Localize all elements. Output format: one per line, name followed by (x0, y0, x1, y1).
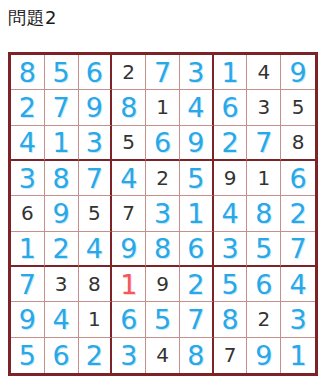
cell-r9c9[interactable]: 1 (281, 338, 315, 373)
cell-r1c6[interactable]: 3 (180, 55, 214, 90)
cell-r4c7[interactable]: 9 (214, 161, 248, 196)
cell-r7c2[interactable]: 3 (45, 267, 79, 302)
cell-r7c3[interactable]: 8 (79, 267, 113, 302)
cell-r9c8[interactable]: 9 (247, 338, 281, 373)
cell-r5c4[interactable]: 7 (112, 196, 146, 231)
sudoku-board: 8562731492798146354135692783874259166957… (8, 52, 318, 376)
cell-r7c7[interactable]: 5 (214, 267, 248, 302)
cell-r3c7[interactable]: 2 (214, 126, 248, 161)
cell-r3c8[interactable]: 7 (247, 126, 281, 161)
cell-r9c6[interactable]: 8 (180, 338, 214, 373)
cell-r2c4[interactable]: 8 (112, 90, 146, 125)
cell-r5c8[interactable]: 8 (247, 196, 281, 231)
cell-r9c2[interactable]: 6 (45, 338, 79, 373)
cell-r3c6[interactable]: 9 (180, 126, 214, 161)
cell-r8c4[interactable]: 6 (112, 302, 146, 337)
cell-r6c7[interactable]: 3 (214, 232, 248, 267)
cell-r3c9[interactable]: 8 (281, 126, 315, 161)
cell-r6c5[interactable]: 8 (146, 232, 180, 267)
cell-r8c6[interactable]: 7 (180, 302, 214, 337)
cell-r2c3[interactable]: 9 (79, 90, 113, 125)
cell-r7c8[interactable]: 6 (247, 267, 281, 302)
cell-r8c1[interactable]: 9 (11, 302, 45, 337)
cell-r8c9[interactable]: 3 (281, 302, 315, 337)
cell-r2c5[interactable]: 1 (146, 90, 180, 125)
cell-r6c1[interactable]: 1 (11, 232, 45, 267)
cell-r4c1[interactable]: 3 (11, 161, 45, 196)
cell-r4c6[interactable]: 5 (180, 161, 214, 196)
cell-r6c4[interactable]: 9 (112, 232, 146, 267)
cell-r4c8[interactable]: 1 (247, 161, 281, 196)
cell-r7c6[interactable]: 2 (180, 267, 214, 302)
cell-r5c7[interactable]: 4 (214, 196, 248, 231)
cell-r4c2[interactable]: 8 (45, 161, 79, 196)
cell-r5c5[interactable]: 3 (146, 196, 180, 231)
cell-r9c4[interactable]: 3 (112, 338, 146, 373)
page-title: 問題2 (8, 6, 57, 30)
cell-r5c6[interactable]: 1 (180, 196, 214, 231)
cell-r3c4[interactable]: 5 (112, 126, 146, 161)
cell-r9c1[interactable]: 5 (11, 338, 45, 373)
cell-r5c2[interactable]: 9 (45, 196, 79, 231)
cell-r1c8[interactable]: 4 (247, 55, 281, 90)
cell-r2c9[interactable]: 5 (281, 90, 315, 125)
cell-r4c4[interactable]: 4 (112, 161, 146, 196)
cell-r6c2[interactable]: 2 (45, 232, 79, 267)
cell-r1c4[interactable]: 2 (112, 55, 146, 90)
cell-r2c2[interactable]: 7 (45, 90, 79, 125)
cell-r8c8[interactable]: 2 (247, 302, 281, 337)
cell-r6c3[interactable]: 4 (79, 232, 113, 267)
cell-r6c8[interactable]: 5 (247, 232, 281, 267)
cell-r2c8[interactable]: 3 (247, 90, 281, 125)
cell-r6c9[interactable]: 7 (281, 232, 315, 267)
cell-r1c9[interactable]: 9 (281, 55, 315, 90)
cell-r1c5[interactable]: 7 (146, 55, 180, 90)
cell-r7c5[interactable]: 9 (146, 267, 180, 302)
cell-r4c3[interactable]: 7 (79, 161, 113, 196)
cell-r1c7[interactable]: 1 (214, 55, 248, 90)
cell-r5c3[interactable]: 5 (79, 196, 113, 231)
cell-r1c2[interactable]: 5 (45, 55, 79, 90)
cell-r6c6[interactable]: 6 (180, 232, 214, 267)
cell-r3c1[interactable]: 4 (11, 126, 45, 161)
cell-r5c9[interactable]: 2 (281, 196, 315, 231)
cell-r3c3[interactable]: 3 (79, 126, 113, 161)
cell-r2c6[interactable]: 4 (180, 90, 214, 125)
cell-r7c1[interactable]: 7 (11, 267, 45, 302)
cell-r2c7[interactable]: 6 (214, 90, 248, 125)
cell-r7c4[interactable]: 1 (112, 267, 146, 302)
cell-r4c5[interactable]: 2 (146, 161, 180, 196)
cell-r7c9[interactable]: 4 (281, 267, 315, 302)
cell-r8c3[interactable]: 1 (79, 302, 113, 337)
cell-r8c5[interactable]: 5 (146, 302, 180, 337)
cell-r8c7[interactable]: 8 (214, 302, 248, 337)
cell-r9c3[interactable]: 2 (79, 338, 113, 373)
cell-r5c1[interactable]: 6 (11, 196, 45, 231)
cell-r9c7[interactable]: 7 (214, 338, 248, 373)
cell-r3c5[interactable]: 6 (146, 126, 180, 161)
cell-r4c9[interactable]: 6 (281, 161, 315, 196)
cell-r9c5[interactable]: 4 (146, 338, 180, 373)
cell-r1c1[interactable]: 8 (11, 55, 45, 90)
cell-r8c2[interactable]: 4 (45, 302, 79, 337)
cell-r3c2[interactable]: 1 (45, 126, 79, 161)
cell-r2c1[interactable]: 2 (11, 90, 45, 125)
cell-r1c3[interactable]: 6 (79, 55, 113, 90)
